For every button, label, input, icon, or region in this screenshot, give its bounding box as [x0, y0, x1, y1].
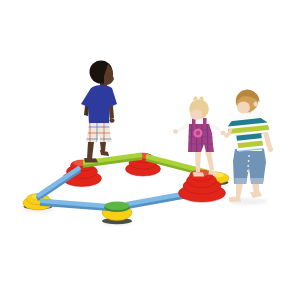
right-boy-left-hand — [268, 147, 273, 152]
left-boy-hand — [110, 118, 115, 123]
jeans-button — [248, 155, 250, 157]
stone-f-green-cap — [104, 202, 130, 212]
girl-dress-patch-inner — [196, 131, 200, 135]
girl-front-foot — [193, 172, 204, 177]
jeans-button — [247, 165, 249, 167]
stone-f-cap-top — [105, 202, 130, 210]
right-boy-front-foot — [229, 197, 241, 203]
right-boy-jeans-cuff — [251, 178, 263, 184]
right-boy-face — [237, 102, 250, 114]
girl-left-hand — [173, 129, 178, 133]
product-photo-balance-course — [0, 0, 295, 295]
girl-front-leg — [195, 151, 201, 172]
left-boy-rear-foot — [84, 158, 98, 163]
right-boy-right-hand — [224, 133, 229, 137]
girl-face — [190, 109, 202, 119]
dress-plaid-line — [197, 122, 198, 154]
right-boy-ear — [254, 101, 258, 106]
right-boy-jeans-cuff — [235, 178, 247, 184]
left-boy-front-leg — [100, 142, 106, 151]
jeans-button — [247, 170, 249, 172]
jeans-button — [248, 160, 250, 162]
scene-svg — [0, 0, 295, 295]
